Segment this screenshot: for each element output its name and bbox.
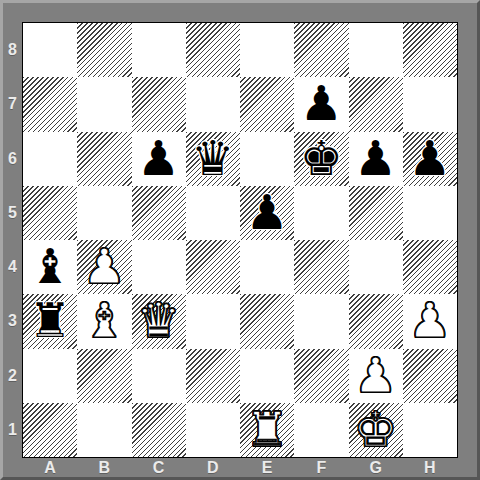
square-d3[interactable] <box>186 294 240 348</box>
square-e2[interactable] <box>240 349 294 403</box>
square-f1[interactable] <box>294 403 348 457</box>
rank-label-4: 4 <box>3 240 22 294</box>
piece-black-pawn-h6[interactable]: ♟ <box>408 134 451 182</box>
rank-label-8: 8 <box>3 23 22 77</box>
square-h1[interactable] <box>403 403 457 457</box>
square-f2[interactable] <box>294 349 348 403</box>
square-f7[interactable]: ♟ <box>294 77 348 131</box>
square-g6[interactable]: ♟ <box>349 132 403 186</box>
piece-black-rook-a3[interactable]: ♜ <box>29 296 72 344</box>
square-g3[interactable] <box>349 294 403 348</box>
piece-white-pawn-b4[interactable]: ♟ <box>83 242 126 290</box>
square-h6[interactable]: ♟ <box>403 132 457 186</box>
square-f6[interactable]: ♚ <box>294 132 348 186</box>
square-g2[interactable]: ♟ <box>349 349 403 403</box>
rank-label-7: 7 <box>3 77 22 131</box>
square-b7[interactable] <box>77 77 131 131</box>
square-d7[interactable] <box>186 77 240 131</box>
file-labels: ABCDEFGH <box>23 458 457 477</box>
file-label-a: A <box>23 458 77 477</box>
square-d1[interactable] <box>186 403 240 457</box>
rank-label-3: 3 <box>3 294 22 348</box>
square-d4[interactable] <box>186 240 240 294</box>
square-b5[interactable] <box>77 186 131 240</box>
file-label-f: F <box>294 458 348 477</box>
square-b6[interactable] <box>77 132 131 186</box>
square-f3[interactable] <box>294 294 348 348</box>
square-d5[interactable] <box>186 186 240 240</box>
square-a2[interactable] <box>23 349 77 403</box>
square-d6[interactable]: ♛ <box>186 132 240 186</box>
square-h4[interactable] <box>403 240 457 294</box>
piece-black-pawn-f7[interactable]: ♟ <box>300 79 343 127</box>
board: ♟♟♛♚♟♟♟♝♟♜♝♛♟♟♜♚ <box>22 22 458 458</box>
piece-white-pawn-h3[interactable]: ♟ <box>408 296 451 344</box>
square-a7[interactable] <box>23 77 77 131</box>
square-a4[interactable]: ♝ <box>23 240 77 294</box>
piece-black-pawn-e5[interactable]: ♟ <box>246 188 289 236</box>
piece-white-bishop-b3[interactable]: ♝ <box>83 296 126 344</box>
square-g1[interactable]: ♚ <box>349 403 403 457</box>
file-label-g: G <box>349 458 403 477</box>
piece-black-king-f6[interactable]: ♚ <box>300 134 343 182</box>
square-c2[interactable] <box>132 349 186 403</box>
square-g5[interactable] <box>349 186 403 240</box>
square-e3[interactable] <box>240 294 294 348</box>
square-c7[interactable] <box>132 77 186 131</box>
square-f8[interactable] <box>294 23 348 77</box>
rank-label-6: 6 <box>3 132 22 186</box>
square-e7[interactable] <box>240 77 294 131</box>
square-a5[interactable] <box>23 186 77 240</box>
square-h7[interactable] <box>403 77 457 131</box>
file-label-h: H <box>403 458 457 477</box>
square-h2[interactable] <box>403 349 457 403</box>
rank-label-1: 1 <box>3 403 22 457</box>
piece-black-queen-d6[interactable]: ♛ <box>191 134 234 182</box>
square-b8[interactable] <box>77 23 131 77</box>
piece-black-pawn-c6[interactable]: ♟ <box>137 134 180 182</box>
square-a3[interactable]: ♜ <box>23 294 77 348</box>
piece-black-bishop-a4[interactable]: ♝ <box>29 242 72 290</box>
rank-labels: 87654321 <box>3 23 22 457</box>
square-h5[interactable] <box>403 186 457 240</box>
square-f4[interactable] <box>294 240 348 294</box>
square-b4[interactable]: ♟ <box>77 240 131 294</box>
square-c8[interactable] <box>132 23 186 77</box>
square-a8[interactable] <box>23 23 77 77</box>
square-f5[interactable] <box>294 186 348 240</box>
piece-white-king-g1[interactable]: ♚ <box>354 405 397 453</box>
square-g8[interactable] <box>349 23 403 77</box>
piece-black-pawn-g6[interactable]: ♟ <box>354 134 397 182</box>
square-a6[interactable] <box>23 132 77 186</box>
square-b1[interactable] <box>77 403 131 457</box>
piece-white-queen-c3[interactable]: ♛ <box>137 296 180 344</box>
file-label-d: D <box>186 458 240 477</box>
square-c1[interactable] <box>132 403 186 457</box>
square-a1[interactable] <box>23 403 77 457</box>
square-e4[interactable] <box>240 240 294 294</box>
square-e1[interactable]: ♜ <box>240 403 294 457</box>
square-e5[interactable]: ♟ <box>240 186 294 240</box>
square-b2[interactable] <box>77 349 131 403</box>
square-c5[interactable] <box>132 186 186 240</box>
square-h3[interactable]: ♟ <box>403 294 457 348</box>
file-label-e: E <box>240 458 294 477</box>
square-d2[interactable] <box>186 349 240 403</box>
square-g7[interactable] <box>349 77 403 131</box>
square-c3[interactable]: ♛ <box>132 294 186 348</box>
piece-white-pawn-g2[interactable]: ♟ <box>354 351 397 399</box>
rank-label-5: 5 <box>3 186 22 240</box>
square-e8[interactable] <box>240 23 294 77</box>
square-b3[interactable]: ♝ <box>77 294 131 348</box>
square-g4[interactable] <box>349 240 403 294</box>
file-label-b: B <box>77 458 131 477</box>
square-c4[interactable] <box>132 240 186 294</box>
square-d8[interactable] <box>186 23 240 77</box>
square-c6[interactable]: ♟ <box>132 132 186 186</box>
square-h8[interactable] <box>403 23 457 77</box>
rank-label-2: 2 <box>3 349 22 403</box>
chessboard-frame: 87654321 ABCDEFGH ♟♟♛♚♟♟♟♝♟♜♝♛♟♟♜♚ <box>0 0 480 480</box>
piece-white-rook-e1[interactable]: ♜ <box>246 405 289 453</box>
square-e6[interactable] <box>240 132 294 186</box>
file-label-c: C <box>132 458 186 477</box>
